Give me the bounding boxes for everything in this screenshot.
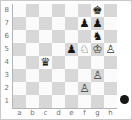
piece-white-pawn: ♙: [105, 43, 115, 56]
square-h8[interactable]: [104, 4, 117, 17]
file-label-a: a: [13, 109, 26, 118]
rank-label-1: 1: [0, 95, 11, 108]
square-h3[interactable]: [104, 69, 117, 82]
square-e4[interactable]: [65, 56, 78, 69]
piece-white-king: ♔: [92, 43, 102, 56]
square-e8[interactable]: [65, 4, 78, 17]
rank-labels: 87654321: [0, 4, 11, 108]
square-a4[interactable]: [13, 56, 26, 69]
square-a1[interactable]: [13, 95, 26, 108]
square-d2[interactable]: [52, 82, 65, 95]
square-d7[interactable]: [52, 17, 65, 30]
square-g2[interactable]: [91, 82, 104, 95]
rank-label-6: 6: [0, 30, 11, 43]
square-f7[interactable]: ♟: [78, 17, 91, 30]
square-c7[interactable]: [39, 17, 52, 30]
square-d4[interactable]: [52, 56, 65, 69]
square-c2[interactable]: [39, 82, 52, 95]
square-e2[interactable]: [65, 82, 78, 95]
chess-diagram: 87654321 ♚♟♟♞♟♘♔♙♛♙♙ abcdefgh: [0, 0, 132, 120]
file-label-b: b: [26, 109, 39, 118]
board-frame: ♚♟♟♞♟♘♔♙♛♙♙: [12, 4, 117, 109]
square-h4[interactable]: [104, 56, 117, 69]
square-b6[interactable]: [26, 30, 39, 43]
square-c1[interactable]: [39, 95, 52, 108]
square-a7[interactable]: [13, 17, 26, 30]
square-h7[interactable]: [104, 17, 117, 30]
piece-black-queen: ♛: [40, 56, 50, 69]
square-b3[interactable]: [26, 69, 39, 82]
square-h1[interactable]: [104, 95, 117, 108]
rank-label-5: 5: [0, 43, 11, 56]
square-e5[interactable]: ♟: [65, 43, 78, 56]
square-c3[interactable]: [39, 69, 52, 82]
square-b8[interactable]: [26, 4, 39, 17]
piece-white-knight: ♘: [79, 43, 89, 56]
black-to-move-indicator: [120, 95, 129, 104]
piece-white-pawn: ♙: [79, 82, 89, 95]
square-a3[interactable]: [13, 69, 26, 82]
square-d5[interactable]: [52, 43, 65, 56]
piece-black-pawn: ♟: [66, 43, 76, 56]
piece-white-pawn: ♙: [92, 69, 102, 82]
file-label-h: h: [104, 109, 117, 118]
square-a8[interactable]: [13, 4, 26, 17]
square-d6[interactable]: [52, 30, 65, 43]
file-label-c: c: [39, 109, 52, 118]
piece-black-pawn: ♟: [79, 17, 89, 30]
file-labels: abcdefgh: [13, 109, 117, 118]
square-b7[interactable]: [26, 17, 39, 30]
rank-label-2: 2: [0, 82, 11, 95]
square-e1[interactable]: [65, 95, 78, 108]
square-a6[interactable]: [13, 30, 26, 43]
square-a5[interactable]: [13, 43, 26, 56]
square-g3[interactable]: ♙: [91, 69, 104, 82]
square-d3[interactable]: [52, 69, 65, 82]
square-d1[interactable]: [52, 95, 65, 108]
square-h5[interactable]: ♙: [104, 43, 117, 56]
square-c6[interactable]: [39, 30, 52, 43]
square-e7[interactable]: [65, 17, 78, 30]
square-b4[interactable]: [26, 56, 39, 69]
square-h2[interactable]: [104, 82, 117, 95]
rank-label-3: 3: [0, 69, 11, 82]
rank-label-8: 8: [0, 4, 11, 17]
square-f1[interactable]: [78, 95, 91, 108]
square-c4[interactable]: ♛: [39, 56, 52, 69]
rank-label-7: 7: [0, 17, 11, 30]
square-b5[interactable]: [26, 43, 39, 56]
file-label-e: e: [65, 109, 78, 118]
square-f2[interactable]: ♙: [78, 82, 91, 95]
chess-board: ♚♟♟♞♟♘♔♙♛♙♙: [13, 4, 117, 108]
rank-label-4: 4: [0, 56, 11, 69]
square-a2[interactable]: [13, 82, 26, 95]
square-f5[interactable]: ♘: [78, 43, 91, 56]
square-f4[interactable]: [78, 56, 91, 69]
file-label-d: d: [52, 109, 65, 118]
square-b2[interactable]: [26, 82, 39, 95]
file-label-g: g: [91, 109, 104, 118]
square-d8[interactable]: [52, 4, 65, 17]
square-c8[interactable]: [39, 4, 52, 17]
square-g5[interactable]: ♔: [91, 43, 104, 56]
square-g1[interactable]: [91, 95, 104, 108]
file-label-f: f: [78, 109, 91, 118]
square-e3[interactable]: [65, 69, 78, 82]
square-b1[interactable]: [26, 95, 39, 108]
